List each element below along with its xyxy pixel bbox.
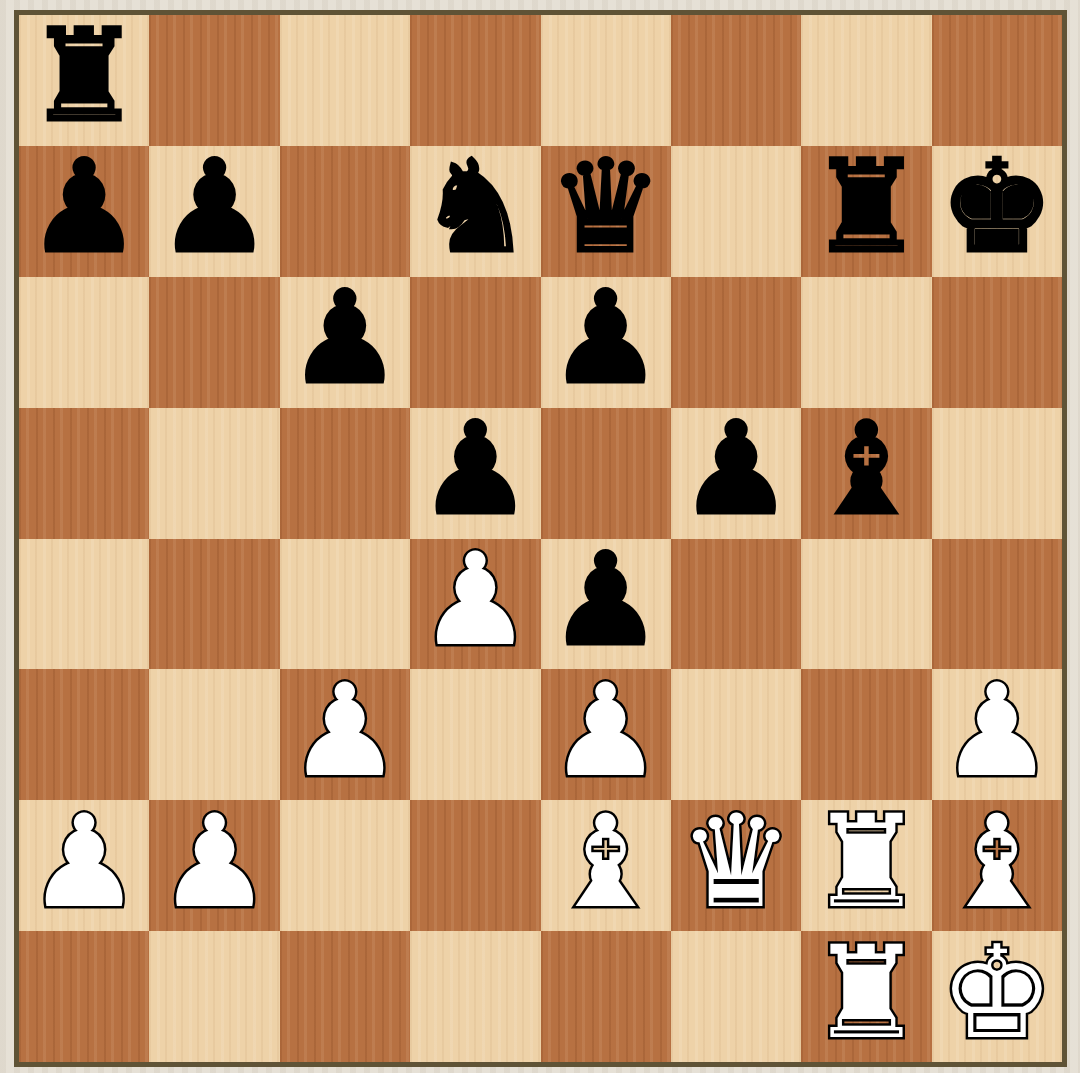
square-d4[interactable]: ♟ bbox=[410, 539, 540, 670]
square-g8[interactable] bbox=[801, 15, 931, 146]
square-b2[interactable]: ♟ bbox=[149, 800, 279, 931]
square-a4[interactable] bbox=[19, 539, 149, 670]
chess-board: ♜♟♟♞♛♜♚♟♟♟♟♝♟♟♟♟♟♟♟♝♛♜♝♜♚ bbox=[14, 10, 1067, 1067]
square-a2[interactable]: ♟ bbox=[19, 800, 149, 931]
square-h1[interactable]: ♚ bbox=[932, 931, 1062, 1062]
piece-black-knight: ♞ bbox=[418, 143, 533, 271]
square-h2[interactable]: ♝ bbox=[932, 800, 1062, 931]
square-a8[interactable]: ♜ bbox=[19, 15, 149, 146]
square-e7[interactable]: ♛ bbox=[541, 146, 671, 277]
square-b8[interactable] bbox=[149, 15, 279, 146]
piece-white-bishop: ♝ bbox=[939, 798, 1054, 926]
piece-white-bishop: ♝ bbox=[548, 798, 663, 926]
square-c7[interactable] bbox=[280, 146, 410, 277]
piece-black-pawn: ♟ bbox=[418, 405, 533, 533]
square-f3[interactable] bbox=[671, 669, 801, 800]
piece-white-pawn: ♟ bbox=[288, 667, 403, 795]
square-a7[interactable]: ♟ bbox=[19, 146, 149, 277]
square-e2[interactable]: ♝ bbox=[541, 800, 671, 931]
square-b3[interactable] bbox=[149, 669, 279, 800]
piece-black-pawn: ♟ bbox=[679, 405, 794, 533]
square-g1[interactable]: ♜ bbox=[801, 931, 931, 1062]
square-e5[interactable] bbox=[541, 408, 671, 539]
piece-white-pawn: ♟ bbox=[418, 536, 533, 664]
square-h6[interactable] bbox=[932, 277, 1062, 408]
square-c5[interactable] bbox=[280, 408, 410, 539]
square-e3[interactable]: ♟ bbox=[541, 669, 671, 800]
square-g7[interactable]: ♜ bbox=[801, 146, 931, 277]
square-c6[interactable]: ♟ bbox=[280, 277, 410, 408]
square-d5[interactable]: ♟ bbox=[410, 408, 540, 539]
piece-black-king: ♚ bbox=[939, 143, 1054, 271]
page-background: ♜♟♟♞♛♜♚♟♟♟♟♝♟♟♟♟♟♟♟♝♛♜♝♜♚ bbox=[0, 0, 1080, 1073]
piece-white-rook: ♜ bbox=[809, 929, 924, 1057]
square-a6[interactable] bbox=[19, 277, 149, 408]
square-f1[interactable] bbox=[671, 931, 801, 1062]
piece-black-pawn: ♟ bbox=[548, 274, 663, 402]
square-c1[interactable] bbox=[280, 931, 410, 1062]
square-h5[interactable] bbox=[932, 408, 1062, 539]
square-e4[interactable]: ♟ bbox=[541, 539, 671, 670]
piece-black-pawn: ♟ bbox=[548, 536, 663, 664]
square-d8[interactable] bbox=[410, 15, 540, 146]
square-e1[interactable] bbox=[541, 931, 671, 1062]
square-f4[interactable] bbox=[671, 539, 801, 670]
square-b6[interactable] bbox=[149, 277, 279, 408]
square-b1[interactable] bbox=[149, 931, 279, 1062]
square-d1[interactable] bbox=[410, 931, 540, 1062]
piece-white-king: ♚ bbox=[939, 929, 1054, 1057]
piece-black-rook: ♜ bbox=[27, 12, 142, 140]
square-c3[interactable]: ♟ bbox=[280, 669, 410, 800]
square-d7[interactable]: ♞ bbox=[410, 146, 540, 277]
square-g6[interactable] bbox=[801, 277, 931, 408]
square-d2[interactable] bbox=[410, 800, 540, 931]
square-f8[interactable] bbox=[671, 15, 801, 146]
square-c2[interactable] bbox=[280, 800, 410, 931]
square-f5[interactable]: ♟ bbox=[671, 408, 801, 539]
square-a5[interactable] bbox=[19, 408, 149, 539]
square-b5[interactable] bbox=[149, 408, 279, 539]
square-h3[interactable]: ♟ bbox=[932, 669, 1062, 800]
piece-black-rook: ♜ bbox=[809, 143, 924, 271]
piece-white-pawn: ♟ bbox=[157, 798, 272, 926]
square-g2[interactable]: ♜ bbox=[801, 800, 931, 931]
square-d3[interactable] bbox=[410, 669, 540, 800]
square-g3[interactable] bbox=[801, 669, 931, 800]
piece-white-pawn: ♟ bbox=[27, 798, 142, 926]
square-f2[interactable]: ♛ bbox=[671, 800, 801, 931]
square-a1[interactable] bbox=[19, 931, 149, 1062]
square-g4[interactable] bbox=[801, 539, 931, 670]
square-c8[interactable] bbox=[280, 15, 410, 146]
square-g5[interactable]: ♝ bbox=[801, 408, 931, 539]
piece-white-rook: ♜ bbox=[809, 798, 924, 926]
piece-white-pawn: ♟ bbox=[548, 667, 663, 795]
square-b7[interactable]: ♟ bbox=[149, 146, 279, 277]
square-h7[interactable]: ♚ bbox=[932, 146, 1062, 277]
square-h8[interactable] bbox=[932, 15, 1062, 146]
piece-black-queen: ♛ bbox=[548, 143, 663, 271]
square-c4[interactable] bbox=[280, 539, 410, 670]
square-d6[interactable] bbox=[410, 277, 540, 408]
piece-black-bishop: ♝ bbox=[809, 405, 924, 533]
piece-white-pawn: ♟ bbox=[939, 667, 1054, 795]
piece-white-queen: ♛ bbox=[679, 798, 794, 926]
piece-black-pawn: ♟ bbox=[157, 143, 272, 271]
square-f7[interactable] bbox=[671, 146, 801, 277]
square-a3[interactable] bbox=[19, 669, 149, 800]
square-f6[interactable] bbox=[671, 277, 801, 408]
square-h4[interactable] bbox=[932, 539, 1062, 670]
piece-black-pawn: ♟ bbox=[288, 274, 403, 402]
square-b4[interactable] bbox=[149, 539, 279, 670]
piece-black-pawn: ♟ bbox=[27, 143, 142, 271]
square-e6[interactable]: ♟ bbox=[541, 277, 671, 408]
square-e8[interactable] bbox=[541, 15, 671, 146]
